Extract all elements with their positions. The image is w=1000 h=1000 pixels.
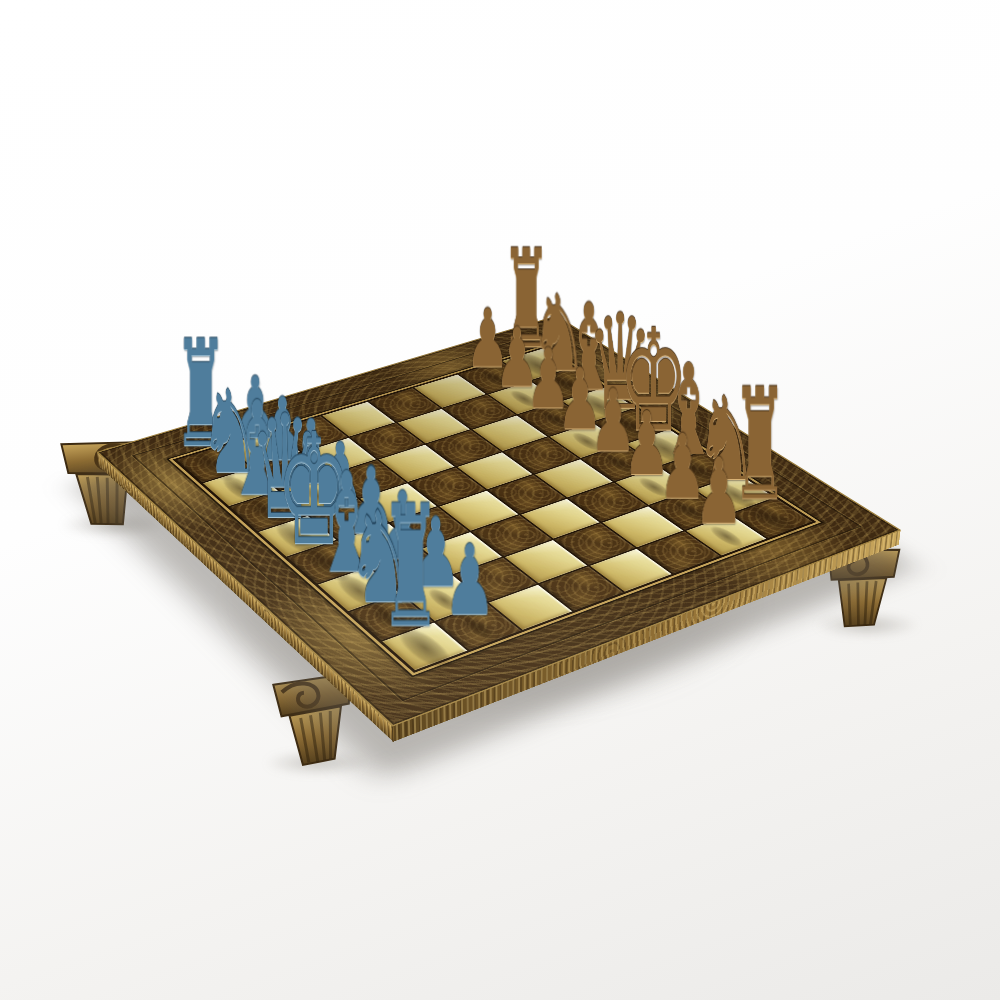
pawn-glyph: ♟ — [694, 446, 743, 537]
chess-board: ♜♞♝♛♚♝♞♜♟♟♟♟♟♟♟♟♟♟♟♟♟♟♟♟♜♞♝♛♚♝♞♜ — [96, 316, 901, 727]
stage: ♜♞♝♛♚♝♞♜♟♟♟♟♟♟♟♟♟♟♟♟♟♟♟♟♜♞♝♛♚♝♞♜ — [0, 0, 1000, 1000]
pawn-glyph: ♟ — [444, 532, 496, 629]
rook-glyph: ♜ — [380, 483, 440, 651]
scene: ♜♞♝♛♚♝♞♜♟♟♟♟♟♟♟♟♟♟♟♟♟♟♟♟♜♞♝♛♚♝♞♜ — [0, 0, 1000, 1000]
